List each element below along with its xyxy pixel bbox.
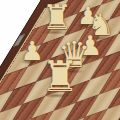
chess-photo-scene: ♜♟♞♟♟♛♜ [0, 0, 120, 120]
pieces-layer: ♜♟♞♟♟♛♜ [0, 0, 120, 120]
piece-white-rook-b6[interactable]: ♜ [42, 0, 72, 34]
piece-white-rook-d2[interactable]: ♜ [41, 56, 79, 98]
